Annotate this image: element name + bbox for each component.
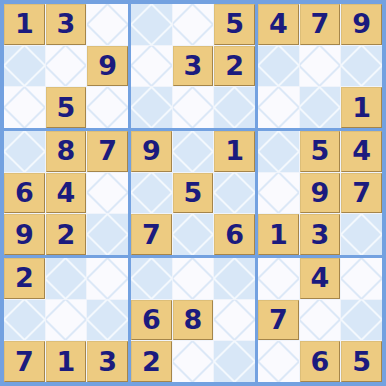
diamond-decoration	[300, 46, 341, 87]
diamond-decoration	[46, 46, 87, 87]
cell-r6c4[interactable]: 7	[131, 214, 172, 255]
diamond-decoration	[258, 341, 299, 382]
diamond-decoration	[300, 87, 341, 128]
diamond-decoration	[131, 258, 172, 299]
given-digit: 3	[184, 52, 203, 80]
given-digit: 2	[15, 264, 34, 292]
given-digit: 5	[184, 179, 203, 207]
cell-r3c8[interactable]	[300, 87, 341, 128]
given-digit: 9	[15, 221, 34, 249]
cell-r8c8[interactable]	[300, 300, 341, 341]
cell-r7c9[interactable]	[341, 258, 382, 299]
given-digit: 6	[142, 306, 161, 334]
diamond-decoration	[4, 46, 45, 87]
cell-r9c8[interactable]: 6	[300, 341, 341, 382]
diamond-decoration	[87, 173, 128, 214]
cell-r3c5[interactable]	[173, 87, 214, 128]
cell-r7c3[interactable]	[87, 258, 128, 299]
diamond-decoration	[258, 173, 299, 214]
given-digit: 9	[142, 137, 161, 165]
given-digit: 2	[142, 348, 161, 376]
sudoku-box-4: 876492	[4, 131, 128, 255]
diamond-decoration	[87, 214, 128, 255]
diamond-decoration	[341, 300, 382, 341]
cell-r3c4[interactable]	[131, 87, 172, 128]
diamond-decoration	[258, 87, 299, 128]
given-digit: 5	[311, 137, 330, 165]
cell-r7c1[interactable]: 2	[4, 258, 45, 299]
cell-r7c2[interactable]	[46, 258, 87, 299]
cell-r9c4[interactable]: 2	[131, 341, 172, 382]
cell-r5c2[interactable]: 4	[46, 173, 87, 214]
cell-r9c7[interactable]	[258, 341, 299, 382]
sudoku-box-1: 1395	[4, 4, 128, 128]
cell-r4c5[interactable]	[173, 131, 214, 172]
cell-r1c7[interactable]: 4	[258, 4, 299, 45]
given-digit: 6	[311, 348, 330, 376]
diamond-decoration	[87, 300, 128, 341]
cell-r2c9[interactable]	[341, 46, 382, 87]
diamond-decoration	[173, 341, 214, 382]
given-digit: 1	[352, 94, 371, 122]
cell-r6c1[interactable]: 9	[4, 214, 45, 255]
diamond-decoration	[4, 131, 45, 172]
given-digit: 1	[57, 348, 76, 376]
sudoku-box-2: 532	[131, 4, 255, 128]
cell-r2c7[interactable]	[258, 46, 299, 87]
diamond-decoration	[131, 4, 172, 45]
cell-r4c8[interactable]: 5	[300, 131, 341, 172]
sudoku-box-7: 2713	[4, 258, 128, 382]
cell-r2c4[interactable]	[131, 46, 172, 87]
diamond-decoration	[87, 258, 128, 299]
diamond-decoration	[173, 131, 214, 172]
given-digit: 7	[352, 179, 371, 207]
cell-r9c1[interactable]: 7	[4, 341, 45, 382]
cell-r5c4[interactable]	[131, 173, 172, 214]
diamond-decoration	[258, 46, 299, 87]
cell-r1c2[interactable]: 3	[46, 4, 87, 45]
cell-r8c3[interactable]	[87, 300, 128, 341]
sudoku-box-6: 549713	[258, 131, 382, 255]
cell-r2c2[interactable]	[46, 46, 87, 87]
given-digit: 8	[57, 137, 76, 165]
cell-r8c6[interactable]	[214, 300, 255, 341]
cell-r3c6[interactable]	[214, 87, 255, 128]
diamond-decoration	[214, 87, 255, 128]
diamond-decoration	[46, 258, 87, 299]
given-digit: 1	[225, 137, 244, 165]
cell-r5c7[interactable]	[258, 173, 299, 214]
given-digit: 8	[184, 306, 203, 334]
given-digit: 3	[311, 221, 330, 249]
cell-r5c9[interactable]: 7	[341, 173, 382, 214]
given-digit: 4	[352, 137, 371, 165]
cell-r3c3[interactable]	[87, 87, 128, 128]
cell-r6c8[interactable]: 3	[300, 214, 341, 255]
cell-r6c7[interactable]: 1	[258, 214, 299, 255]
cell-r4c2[interactable]: 8	[46, 131, 87, 172]
given-digit: 4	[269, 10, 288, 38]
cell-r3c1[interactable]	[4, 87, 45, 128]
cell-r9c6[interactable]	[214, 341, 255, 382]
given-digit: 5	[57, 94, 76, 122]
given-digit: 7	[269, 306, 288, 334]
cell-r3c2[interactable]: 5	[46, 87, 87, 128]
diamond-decoration	[87, 4, 128, 45]
sudoku-box-3: 4791	[258, 4, 382, 128]
diamond-decoration	[4, 300, 45, 341]
cell-r2c8[interactable]	[300, 46, 341, 87]
given-digit: 7	[15, 348, 34, 376]
cell-r9c3[interactable]: 3	[87, 341, 128, 382]
given-digit: 4	[57, 179, 76, 207]
cell-r4c9[interactable]: 4	[341, 131, 382, 172]
cell-r8c9[interactable]	[341, 300, 382, 341]
diamond-decoration	[173, 214, 214, 255]
cell-r7c7[interactable]	[258, 258, 299, 299]
cell-r8c5[interactable]: 8	[173, 300, 214, 341]
given-digit: 5	[352, 348, 371, 376]
given-digit: 1	[269, 221, 288, 249]
sudoku-box-9: 4765	[258, 258, 382, 382]
diamond-decoration	[173, 258, 214, 299]
cell-r6c6[interactable]: 6	[214, 214, 255, 255]
cell-r7c6[interactable]	[214, 258, 255, 299]
given-digit: 6	[15, 179, 34, 207]
cell-r1c4[interactable]	[131, 4, 172, 45]
diamond-decoration	[87, 87, 128, 128]
diamond-decoration	[131, 173, 172, 214]
cell-r1c8[interactable]: 7	[300, 4, 341, 45]
cell-r5c8[interactable]: 9	[300, 173, 341, 214]
diamond-decoration	[131, 46, 172, 87]
given-digit: 1	[15, 10, 34, 38]
cell-r4c1[interactable]	[4, 131, 45, 172]
given-digit: 2	[57, 221, 76, 249]
cell-r2c5[interactable]: 3	[173, 46, 214, 87]
cell-r1c6[interactable]: 5	[214, 4, 255, 45]
diamond-decoration	[214, 258, 255, 299]
given-digit: 2	[225, 52, 244, 80]
cell-r6c5[interactable]	[173, 214, 214, 255]
cell-r2c6[interactable]: 2	[214, 46, 255, 87]
cell-r1c3[interactable]	[87, 4, 128, 45]
cell-r9c5[interactable]	[173, 341, 214, 382]
diamond-decoration	[341, 258, 382, 299]
cell-r7c5[interactable]	[173, 258, 214, 299]
cell-r1c5[interactable]	[173, 4, 214, 45]
cell-r5c6[interactable]	[214, 173, 255, 214]
cell-r8c2[interactable]	[46, 300, 87, 341]
sudoku-box-8: 682	[131, 258, 255, 382]
cell-r6c9[interactable]	[341, 214, 382, 255]
cell-r2c3[interactable]: 9	[87, 46, 128, 87]
given-digit: 7	[98, 137, 117, 165]
diamond-decoration	[173, 87, 214, 128]
cell-r6c3[interactable]	[87, 214, 128, 255]
given-digit: 9	[98, 52, 117, 80]
cell-r6c2[interactable]: 2	[46, 214, 87, 255]
given-digit: 9	[352, 10, 371, 38]
given-digit: 7	[311, 10, 330, 38]
given-digit: 9	[311, 179, 330, 207]
cell-r4c4[interactable]: 9	[131, 131, 172, 172]
diamond-decoration	[131, 87, 172, 128]
cell-r4c7[interactable]	[258, 131, 299, 172]
cell-r8c1[interactable]	[4, 300, 45, 341]
cell-r5c5[interactable]: 5	[173, 173, 214, 214]
cell-r5c1[interactable]: 6	[4, 173, 45, 214]
diamond-decoration	[173, 4, 214, 45]
sudoku-board: 139553247918764929157654971327136824765	[0, 0, 386, 386]
diamond-decoration	[341, 214, 382, 255]
cell-r3c9[interactable]: 1	[341, 87, 382, 128]
cell-r9c9[interactable]: 5	[341, 341, 382, 382]
cell-r8c7[interactable]: 7	[258, 300, 299, 341]
diamond-decoration	[4, 87, 45, 128]
diamond-decoration	[214, 341, 255, 382]
cell-r8c4[interactable]: 6	[131, 300, 172, 341]
cell-r1c1[interactable]: 1	[4, 4, 45, 45]
sudoku-box-5: 91576	[131, 131, 255, 255]
given-digit: 3	[98, 348, 117, 376]
diamond-decoration	[341, 46, 382, 87]
cell-r1c9[interactable]: 9	[341, 4, 382, 45]
cell-r4c6[interactable]: 1	[214, 131, 255, 172]
diamond-decoration	[214, 300, 255, 341]
diamond-decoration	[258, 258, 299, 299]
given-digit: 4	[311, 264, 330, 292]
cell-r2c1[interactable]	[4, 46, 45, 87]
given-digit: 6	[225, 221, 244, 249]
cell-r4c3[interactable]: 7	[87, 131, 128, 172]
cell-r7c8[interactable]: 4	[300, 258, 341, 299]
cell-r7c4[interactable]	[131, 258, 172, 299]
given-digit: 3	[57, 10, 76, 38]
diamond-decoration	[258, 131, 299, 172]
cell-r3c7[interactable]	[258, 87, 299, 128]
diamond-decoration	[300, 300, 341, 341]
diamond-decoration	[46, 300, 87, 341]
cell-r5c3[interactable]	[87, 173, 128, 214]
given-digit: 5	[225, 10, 244, 38]
cell-r9c2[interactable]: 1	[46, 341, 87, 382]
diamond-decoration	[214, 173, 255, 214]
given-digit: 7	[142, 221, 161, 249]
